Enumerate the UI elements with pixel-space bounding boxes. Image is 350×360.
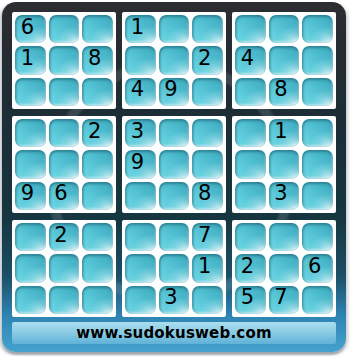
sudoku-box-4: 296 [12,116,116,213]
footer-banner: www.sudokusweb.com [12,322,336,344]
given-digit: 8 [88,48,101,69]
website-link[interactable]: www.sudokusweb.com [76,324,271,342]
given-digit: 8 [274,79,287,100]
sudoku-cell-r5c9[interactable] [302,150,333,178]
sudoku-cell-r8c6[interactable]: 1 [192,254,223,282]
sudoku-cell-r2c9[interactable] [302,46,333,74]
sudoku-cell-r3c4[interactable]: 4 [125,78,156,106]
sudoku-cell-r5c2[interactable] [49,150,80,178]
sudoku-cell-r3c1[interactable] [15,78,46,106]
sudoku-box-9: 2657 [232,220,336,317]
sudoku-box-5: 398 [122,116,226,213]
sudoku-cell-r1c9[interactable] [302,15,333,43]
sudoku-cell-r1c7[interactable] [235,15,266,43]
given-digit: 1 [21,48,34,69]
sudoku-cell-r2c7[interactable]: 4 [235,46,266,74]
sudoku-box-3: 48 [232,12,336,109]
given-digit: 6 [54,183,67,204]
given-digit: 1 [131,17,144,38]
sudoku-cell-r5c6[interactable] [192,150,223,178]
sudoku-box-2: 1249 [122,12,226,109]
sudoku-cell-r5c5[interactable] [159,150,190,178]
sudoku-cell-r9c7[interactable]: 5 [235,286,266,314]
sudoku-cell-r7c8[interactable] [269,223,300,251]
given-digit: 9 [21,183,34,204]
sudoku-cell-r7c3[interactable] [82,223,113,251]
given-digit: 6 [308,256,321,277]
given-digit: 1 [198,256,211,277]
sudoku-cell-r7c7[interactable] [235,223,266,251]
sudoku-cell-r2c8[interactable] [269,46,300,74]
sudoku-cell-r8c2[interactable] [49,254,80,282]
sudoku-cell-r4c9[interactable] [302,119,333,147]
given-digit: 3 [164,287,177,308]
sudoku-cell-r9c2[interactable] [49,286,80,314]
sudoku-board: 6181249482963981327132657 www.sudokusweb… [2,2,346,352]
given-digit: 9 [164,79,177,100]
sudoku-cell-r4c6[interactable] [192,119,223,147]
sudoku-cell-r8c3[interactable] [82,254,113,282]
sudoku-cell-r8c4[interactable] [125,254,156,282]
sudoku-cell-r9c1[interactable] [15,286,46,314]
given-digit: 3 [131,121,144,142]
sudoku-cell-r5c4[interactable]: 9 [125,150,156,178]
sudoku-cell-r9c5[interactable]: 3 [159,286,190,314]
sudoku-cell-r1c8[interactable] [269,15,300,43]
sudoku-cell-r2c2[interactable] [49,46,80,74]
sudoku-cell-r3c7[interactable] [235,78,266,106]
given-digit: 9 [131,152,144,173]
sudoku-cell-r3c9[interactable] [302,78,333,106]
sudoku-cell-r2c6[interactable]: 2 [192,46,223,74]
sudoku-cell-r8c1[interactable] [15,254,46,282]
sudoku-cell-r3c3[interactable] [82,78,113,106]
given-digit: 1 [274,121,287,142]
sudoku-cell-r8c9[interactable]: 6 [302,254,333,282]
given-digit: 7 [198,225,211,246]
given-digit: 8 [198,183,211,204]
sudoku-cell-r8c7[interactable]: 2 [235,254,266,282]
sudoku-cell-r1c4[interactable]: 1 [125,15,156,43]
sudoku-cell-r4c2[interactable] [49,119,80,147]
sudoku-box-8: 713 [122,220,226,317]
sudoku-cell-r7c5[interactable] [159,223,190,251]
given-digit: 2 [241,256,254,277]
sudoku-cell-r7c6[interactable]: 7 [192,223,223,251]
sudoku-cell-r6c4[interactable] [125,182,156,210]
sudoku-box-6: 13 [232,116,336,213]
given-digit: 7 [274,287,287,308]
sudoku-cell-r6c5[interactable] [159,182,190,210]
sudoku-cell-r6c6[interactable]: 8 [192,182,223,210]
sudoku-cell-r6c7[interactable] [235,182,266,210]
sudoku-cell-r1c5[interactable] [159,15,190,43]
sudoku-box-7: 2 [12,220,116,317]
sudoku-cell-r9c4[interactable] [125,286,156,314]
sudoku-cell-r6c9[interactable] [302,182,333,210]
sudoku-cell-r1c6[interactable] [192,15,223,43]
sudoku-cell-r8c8[interactable] [269,254,300,282]
sudoku-cell-r9c6[interactable] [192,286,223,314]
sudoku-cell-r2c5[interactable] [159,46,190,74]
sudoku-cell-r8c5[interactable] [159,254,190,282]
sudoku-cell-r1c3[interactable] [82,15,113,43]
sudoku-cell-r6c3[interactable] [82,182,113,210]
sudoku-cell-r3c6[interactable] [192,78,223,106]
sudoku-cell-r4c4[interactable]: 3 [125,119,156,147]
sudoku-cell-r5c3[interactable] [82,150,113,178]
sudoku-cell-r5c8[interactable] [269,150,300,178]
given-digit: 2 [88,121,101,142]
sudoku-cell-r5c7[interactable] [235,150,266,178]
sudoku-cell-r4c3[interactable]: 2 [82,119,113,147]
sudoku-cell-r6c8[interactable]: 3 [269,182,300,210]
sudoku-cell-r3c5[interactable]: 9 [159,78,190,106]
given-digit: 3 [274,183,287,204]
sudoku-cell-r2c1[interactable]: 1 [15,46,46,74]
given-digit: 4 [131,79,144,100]
sudoku-cell-r9c3[interactable] [82,286,113,314]
given-digit: 4 [241,48,254,69]
sudoku-cell-r1c1[interactable]: 6 [15,15,46,43]
sudoku-cell-r3c8[interactable]: 8 [269,78,300,106]
given-digit: 5 [241,287,254,308]
sudoku-cell-r6c1[interactable]: 9 [15,182,46,210]
sudoku-box-1: 618 [12,12,116,109]
sudoku-cell-r9c8[interactable]: 7 [269,286,300,314]
sudoku-cell-r7c4[interactable] [125,223,156,251]
sudoku-cell-r4c8[interactable]: 1 [269,119,300,147]
given-digit: 2 [198,48,211,69]
sudoku-cell-r6c2[interactable]: 6 [49,182,80,210]
given-digit: 6 [21,17,34,38]
sudoku-cell-r4c5[interactable] [159,119,190,147]
sudoku-cell-r5c1[interactable] [15,150,46,178]
sudoku-cell-r7c9[interactable] [302,223,333,251]
sudoku-cell-r4c7[interactable] [235,119,266,147]
sudoku-cell-r1c2[interactable] [49,15,80,43]
given-digit: 2 [54,225,67,246]
sudoku-cell-r4c1[interactable] [15,119,46,147]
sudoku-cell-r2c4[interactable] [125,46,156,74]
sudoku-cell-r9c9[interactable] [302,286,333,314]
sudoku-cell-r3c2[interactable] [49,78,80,106]
sudoku-grid: 6181249482963981327132657 [12,12,336,317]
sudoku-cell-r2c3[interactable]: 8 [82,46,113,74]
sudoku-cell-r7c2[interactable]: 2 [49,223,80,251]
sudoku-cell-r7c1[interactable] [15,223,46,251]
